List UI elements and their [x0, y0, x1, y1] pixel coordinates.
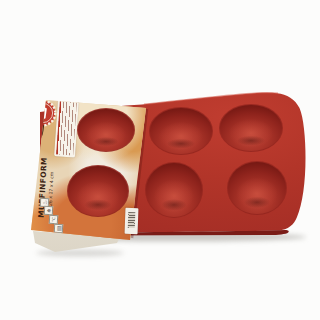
muffin-cup-bottom-left — [67, 165, 129, 217]
barcode-tag — [125, 208, 139, 234]
label-window-cups — [0, 0, 320, 320]
barcode-stripes — [128, 212, 136, 228]
muffin-cup-top-left — [77, 108, 135, 152]
product-photo: MUFFINFORM ~ 26 x 17 x 4 cm ♨ ❄ °C ▤ — [0, 0, 320, 320]
